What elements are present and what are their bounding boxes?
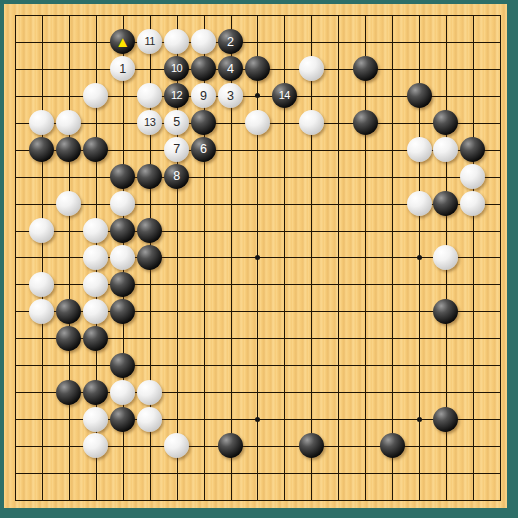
board-cell[interactable]	[325, 298, 352, 325]
board-cell[interactable]	[28, 406, 55, 433]
board-cell[interactable]	[28, 325, 55, 352]
board-cell[interactable]	[271, 298, 298, 325]
black-stone[interactable]	[56, 326, 81, 351]
board-cell[interactable]	[433, 325, 460, 352]
board-cell[interactable]	[486, 55, 513, 82]
board-cell[interactable]	[82, 109, 109, 136]
board-cell[interactable]	[379, 109, 406, 136]
board-cell[interactable]	[298, 406, 325, 433]
board-cell[interactable]	[109, 82, 136, 109]
board-cell[interactable]	[28, 190, 55, 217]
board-cell[interactable]	[136, 486, 163, 513]
board-cell[interactable]	[163, 379, 190, 406]
white-stone[interactable]	[83, 218, 108, 243]
white-stone[interactable]	[83, 433, 108, 458]
board-cell[interactable]	[406, 325, 433, 352]
board-cell[interactable]	[2, 433, 29, 460]
board-cell[interactable]	[55, 55, 82, 82]
board-cell[interactable]	[271, 28, 298, 55]
board-cell[interactable]	[459, 271, 486, 298]
board-cell[interactable]	[271, 244, 298, 271]
board-cell[interactable]	[28, 379, 55, 406]
board-cell[interactable]	[352, 136, 379, 163]
board-cell[interactable]	[28, 486, 55, 513]
board-cell[interactable]	[486, 486, 513, 513]
board-cell[interactable]	[28, 244, 55, 271]
black-stone[interactable]: 6	[191, 137, 216, 162]
board-cell[interactable]: 9	[190, 82, 217, 109]
board-cell[interactable]	[28, 82, 55, 109]
black-stone[interactable]	[110, 407, 135, 432]
white-stone[interactable]	[191, 29, 216, 54]
black-stone[interactable]	[110, 218, 135, 243]
board-cell[interactable]	[379, 244, 406, 271]
board-cell[interactable]	[136, 406, 163, 433]
black-stone[interactable]	[56, 380, 81, 405]
board-cell[interactable]	[28, 55, 55, 82]
black-stone[interactable]	[83, 326, 108, 351]
board-cell[interactable]	[217, 298, 244, 325]
board-cell[interactable]	[433, 28, 460, 55]
board-cell[interactable]	[55, 406, 82, 433]
board-cell[interactable]	[28, 163, 55, 190]
board-cell[interactable]	[379, 406, 406, 433]
board-cell[interactable]	[325, 244, 352, 271]
board-cell[interactable]	[2, 163, 29, 190]
board-cell[interactable]	[28, 2, 55, 29]
board-cell[interactable]	[109, 352, 136, 379]
board-cell[interactable]	[55, 109, 82, 136]
board-cell[interactable]	[109, 190, 136, 217]
board-cell[interactable]	[109, 298, 136, 325]
board-cell[interactable]	[82, 486, 109, 513]
board-cell[interactable]	[406, 459, 433, 486]
board-cell[interactable]	[190, 406, 217, 433]
board-cell[interactable]	[406, 2, 433, 29]
board-cell[interactable]	[298, 325, 325, 352]
black-stone[interactable]	[433, 110, 458, 135]
board-cell[interactable]	[28, 352, 55, 379]
board-cell[interactable]	[217, 2, 244, 29]
board-cell[interactable]	[136, 325, 163, 352]
board-cell[interactable]	[55, 298, 82, 325]
board-cell[interactable]	[433, 433, 460, 460]
board-cell[interactable]	[271, 190, 298, 217]
board-cell[interactable]	[433, 109, 460, 136]
black-stone[interactable]	[191, 56, 216, 81]
board-cell[interactable]	[217, 486, 244, 513]
board-cell[interactable]	[298, 82, 325, 109]
black-stone[interactable]	[29, 137, 54, 162]
board-cell[interactable]	[486, 109, 513, 136]
board-cell[interactable]	[459, 136, 486, 163]
black-stone[interactable]	[83, 380, 108, 405]
board-cell[interactable]	[406, 55, 433, 82]
board-cell[interactable]	[459, 190, 486, 217]
board-cell[interactable]	[109, 136, 136, 163]
board-cell[interactable]	[163, 244, 190, 271]
board-cell[interactable]	[352, 352, 379, 379]
board-cell[interactable]	[82, 244, 109, 271]
board-cell[interactable]	[163, 406, 190, 433]
board-cell[interactable]	[486, 459, 513, 486]
board-cell[interactable]	[55, 82, 82, 109]
board-cell[interactable]	[271, 163, 298, 190]
board-cell[interactable]	[271, 109, 298, 136]
board-cell[interactable]	[298, 190, 325, 217]
white-stone[interactable]	[29, 272, 54, 297]
board-cell[interactable]	[190, 217, 217, 244]
board-cell[interactable]: 10	[163, 55, 190, 82]
board-cell[interactable]	[298, 217, 325, 244]
board-cell[interactable]	[190, 379, 217, 406]
board-cell[interactable]	[406, 28, 433, 55]
board-cell[interactable]	[486, 28, 513, 55]
board-cell[interactable]	[217, 459, 244, 486]
board-cell[interactable]	[136, 82, 163, 109]
board-cell[interactable]: 7	[163, 136, 190, 163]
board-cell[interactable]	[109, 217, 136, 244]
board-cell[interactable]	[2, 406, 29, 433]
white-stone[interactable]	[29, 299, 54, 324]
white-stone[interactable]	[29, 110, 54, 135]
board-cell[interactable]: 8	[163, 163, 190, 190]
board-cell[interactable]	[325, 55, 352, 82]
board-cell[interactable]	[244, 28, 271, 55]
board-cell[interactable]	[379, 298, 406, 325]
board-cell[interactable]	[55, 433, 82, 460]
board-cell[interactable]	[406, 109, 433, 136]
board-cell[interactable]	[298, 55, 325, 82]
board-cell[interactable]	[136, 2, 163, 29]
board-cell[interactable]: 6	[190, 136, 217, 163]
board-cell[interactable]	[109, 433, 136, 460]
board-cell[interactable]	[55, 217, 82, 244]
board-cell[interactable]	[82, 433, 109, 460]
board-cell[interactable]	[459, 352, 486, 379]
board-cell[interactable]	[459, 163, 486, 190]
board-cell[interactable]	[325, 136, 352, 163]
board-cell[interactable]	[109, 244, 136, 271]
board-cell[interactable]: 5	[163, 109, 190, 136]
white-stone[interactable]	[56, 110, 81, 135]
board-cell[interactable]	[459, 55, 486, 82]
board-cell[interactable]	[55, 486, 82, 513]
board-cell[interactable]	[486, 82, 513, 109]
board-cell[interactable]	[163, 217, 190, 244]
board-cell[interactable]	[433, 298, 460, 325]
board-cell[interactable]	[406, 136, 433, 163]
black-stone[interactable]: 12	[164, 83, 189, 108]
board-cell[interactable]	[406, 406, 433, 433]
board-cell[interactable]	[379, 325, 406, 352]
board-cell[interactable]	[190, 244, 217, 271]
black-stone[interactable]	[353, 110, 378, 135]
white-stone[interactable]: 13	[137, 110, 162, 135]
board-cell[interactable]	[82, 28, 109, 55]
board-cell[interactable]	[109, 325, 136, 352]
board-cell[interactable]	[2, 459, 29, 486]
white-stone[interactable]	[245, 110, 270, 135]
board-cell[interactable]	[28, 28, 55, 55]
board-cell[interactable]	[2, 82, 29, 109]
board-cell[interactable]: 1	[109, 55, 136, 82]
white-stone[interactable]	[460, 164, 485, 189]
board-cell[interactable]	[486, 433, 513, 460]
board-cell[interactable]	[2, 217, 29, 244]
black-stone[interactable]	[191, 110, 216, 135]
board-cell[interactable]	[217, 271, 244, 298]
white-stone[interactable]: 3	[218, 83, 243, 108]
board-cell[interactable]	[325, 217, 352, 244]
board-cell[interactable]	[298, 28, 325, 55]
white-stone[interactable]	[83, 272, 108, 297]
board-cell[interactable]	[352, 217, 379, 244]
white-stone[interactable]	[137, 407, 162, 432]
board-cell[interactable]	[82, 406, 109, 433]
board-cell[interactable]	[298, 459, 325, 486]
board-cell[interactable]	[271, 2, 298, 29]
board-cell[interactable]	[2, 136, 29, 163]
board-cell[interactable]	[55, 379, 82, 406]
board-cell[interactable]	[433, 2, 460, 29]
board-cell[interactable]	[82, 163, 109, 190]
board-cell[interactable]	[244, 136, 271, 163]
board-cell[interactable]	[459, 109, 486, 136]
board-cell[interactable]	[217, 352, 244, 379]
board-cell[interactable]	[217, 136, 244, 163]
board-cell[interactable]	[486, 190, 513, 217]
white-stone[interactable]	[433, 137, 458, 162]
board-cell[interactable]	[82, 2, 109, 29]
board-cell[interactable]	[406, 244, 433, 271]
black-stone[interactable]	[110, 272, 135, 297]
board-cell[interactable]	[352, 28, 379, 55]
board-cell[interactable]	[163, 28, 190, 55]
white-stone[interactable]	[407, 191, 432, 216]
board-cell[interactable]	[190, 298, 217, 325]
board-cell[interactable]	[298, 2, 325, 29]
board-cell[interactable]	[163, 433, 190, 460]
board-cell[interactable]	[298, 379, 325, 406]
board-cell[interactable]	[406, 271, 433, 298]
white-stone[interactable]: 7	[164, 137, 189, 162]
board-cell[interactable]	[325, 433, 352, 460]
board-cell[interactable]	[433, 486, 460, 513]
board-cell[interactable]	[352, 55, 379, 82]
board-cell[interactable]	[379, 379, 406, 406]
board-cell[interactable]	[271, 271, 298, 298]
board-cell[interactable]: 11	[136, 28, 163, 55]
white-stone[interactable]	[110, 191, 135, 216]
board-cell[interactable]	[379, 433, 406, 460]
board-cell[interactable]	[163, 2, 190, 29]
board-cell[interactable]	[55, 325, 82, 352]
board-cell[interactable]	[109, 163, 136, 190]
board-cell[interactable]	[55, 190, 82, 217]
board-cell[interactable]	[298, 298, 325, 325]
board-cell[interactable]	[433, 190, 460, 217]
board-cell[interactable]	[109, 109, 136, 136]
white-stone[interactable]	[299, 110, 324, 135]
board-cell[interactable]	[406, 433, 433, 460]
black-stone[interactable]	[218, 433, 243, 458]
board-cell[interactable]	[433, 271, 460, 298]
board-cell[interactable]	[244, 486, 271, 513]
board-cell[interactable]	[136, 352, 163, 379]
board-cell[interactable]	[190, 325, 217, 352]
board-cell[interactable]	[2, 352, 29, 379]
board-cell[interactable]	[352, 271, 379, 298]
board-cell[interactable]	[190, 459, 217, 486]
board-cell[interactable]	[55, 2, 82, 29]
board-cell[interactable]	[244, 163, 271, 190]
board-cell[interactable]	[271, 325, 298, 352]
black-stone[interactable]: 2	[218, 29, 243, 54]
board-cell[interactable]	[190, 109, 217, 136]
board-cell[interactable]	[190, 55, 217, 82]
board-cell[interactable]	[244, 217, 271, 244]
board-cell[interactable]	[82, 459, 109, 486]
board-cell[interactable]	[136, 433, 163, 460]
board-cell[interactable]	[406, 190, 433, 217]
board-cell[interactable]	[2, 486, 29, 513]
board-cell[interactable]	[298, 486, 325, 513]
board-cell[interactable]	[379, 55, 406, 82]
board-cell[interactable]	[136, 136, 163, 163]
board-cell[interactable]	[406, 379, 433, 406]
board-cell[interactable]	[325, 325, 352, 352]
board-cell[interactable]	[379, 271, 406, 298]
board-cell[interactable]	[486, 136, 513, 163]
black-stone[interactable]	[299, 433, 324, 458]
board-cell[interactable]	[28, 136, 55, 163]
board-cell[interactable]	[136, 163, 163, 190]
board-cell[interactable]	[352, 325, 379, 352]
board-cell[interactable]	[2, 379, 29, 406]
board-cell[interactable]	[109, 271, 136, 298]
board-cell[interactable]	[325, 109, 352, 136]
board-cell[interactable]	[325, 379, 352, 406]
board-cell[interactable]	[28, 459, 55, 486]
board-cell[interactable]	[109, 486, 136, 513]
board-cell[interactable]	[271, 136, 298, 163]
board-cell[interactable]	[352, 2, 379, 29]
black-stone[interactable]	[460, 137, 485, 162]
board-cell[interactable]	[271, 352, 298, 379]
board-cell[interactable]	[55, 28, 82, 55]
white-stone[interactable]	[56, 191, 81, 216]
board-cell[interactable]	[244, 82, 271, 109]
board-cell[interactable]	[379, 217, 406, 244]
board-cell[interactable]	[325, 163, 352, 190]
board-cell[interactable]	[136, 190, 163, 217]
board-cell[interactable]	[190, 486, 217, 513]
black-stone[interactable]	[433, 407, 458, 432]
black-stone[interactable]	[56, 137, 81, 162]
black-stone[interactable]	[137, 218, 162, 243]
board-cell[interactable]	[406, 163, 433, 190]
board-cell[interactable]	[109, 2, 136, 29]
board-cell[interactable]	[459, 433, 486, 460]
black-stone[interactable]: 10	[164, 56, 189, 81]
board-cell[interactable]	[352, 190, 379, 217]
board-cell[interactable]	[55, 136, 82, 163]
board-cell[interactable]	[352, 459, 379, 486]
board-cell[interactable]	[459, 298, 486, 325]
board-cell[interactable]	[433, 244, 460, 271]
board-cell[interactable]	[82, 379, 109, 406]
board-cell[interactable]	[486, 325, 513, 352]
board-cell[interactable]	[325, 406, 352, 433]
board-cell[interactable]	[459, 2, 486, 29]
board-cell[interactable]	[82, 190, 109, 217]
board-cell[interactable]	[352, 163, 379, 190]
board-cell[interactable]	[55, 244, 82, 271]
board-cell[interactable]	[406, 217, 433, 244]
board-cell[interactable]	[244, 2, 271, 29]
black-stone[interactable]	[137, 164, 162, 189]
board-cell[interactable]	[379, 2, 406, 29]
board-cell[interactable]	[433, 459, 460, 486]
board-cell[interactable]	[244, 379, 271, 406]
board-cell[interactable]	[217, 406, 244, 433]
board-cell[interactable]: 2	[217, 28, 244, 55]
black-stone[interactable]	[433, 299, 458, 324]
board-cell[interactable]	[2, 244, 29, 271]
board-cell[interactable]	[244, 271, 271, 298]
board-cell[interactable]	[459, 217, 486, 244]
white-stone[interactable]: 1	[110, 56, 135, 81]
board-cell[interactable]	[325, 459, 352, 486]
black-stone[interactable]	[407, 83, 432, 108]
board-cell[interactable]	[459, 379, 486, 406]
board-cell[interactable]	[28, 217, 55, 244]
board-cell[interactable]	[486, 244, 513, 271]
board-cell[interactable]	[82, 298, 109, 325]
board-cell[interactable]	[271, 217, 298, 244]
board-cell[interactable]	[298, 433, 325, 460]
board-cell[interactable]	[244, 55, 271, 82]
board-cell[interactable]	[406, 352, 433, 379]
board-cell[interactable]	[325, 352, 352, 379]
white-stone[interactable]	[110, 245, 135, 270]
board-cell[interactable]	[271, 486, 298, 513]
board-cell[interactable]	[379, 28, 406, 55]
black-stone[interactable]	[110, 299, 135, 324]
board-cell[interactable]	[271, 459, 298, 486]
white-stone[interactable]: 5	[164, 110, 189, 135]
board-cell[interactable]	[352, 298, 379, 325]
board-cell[interactable]	[82, 325, 109, 352]
board-cell[interactable]	[217, 433, 244, 460]
board-cell[interactable]	[433, 352, 460, 379]
board-cell[interactable]	[244, 433, 271, 460]
board-cell[interactable]	[244, 352, 271, 379]
board-cell[interactable]	[2, 271, 29, 298]
board-cell[interactable]	[55, 163, 82, 190]
board-cell[interactable]	[352, 379, 379, 406]
board-cell[interactable]	[486, 2, 513, 29]
board-cell[interactable]	[109, 379, 136, 406]
black-stone[interactable]	[245, 56, 270, 81]
board-cell[interactable]	[190, 352, 217, 379]
board-cell[interactable]	[2, 55, 29, 82]
board-cell[interactable]	[163, 486, 190, 513]
board-cell[interactable]	[298, 271, 325, 298]
board-cell[interactable]	[190, 433, 217, 460]
board-cell[interactable]	[55, 459, 82, 486]
